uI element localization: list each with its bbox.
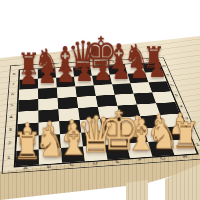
- rank-label-right-6: 6: [170, 84, 174, 87]
- white-rook-piece[interactable]: ♜: [12, 127, 42, 165]
- black-pawn-piece[interactable]: ♟: [37, 62, 57, 87]
- black-pawn-piece[interactable]: ♟: [56, 61, 76, 86]
- rank-label-left-2: 2: [8, 141, 12, 145]
- board-scene: ♜♞♝♛♚♝♞♜♟♟♟♟♟♟♟♟♟♟♟♟♟♟♟♟♜♞♝♛♚♝♞♜ AABBCCD…: [0, 0, 200, 200]
- square-c7[interactable]: ♟: [56, 77, 75, 88]
- rank-label-left-8: 8: [12, 73, 15, 76]
- file-label-bottom-d: D: [93, 161, 98, 166]
- square-a6[interactable]: [19, 89, 38, 101]
- file-label-bottom-e: E: [115, 159, 120, 163]
- rank-label-left-4: 4: [9, 116, 13, 120]
- chess-board[interactable]: ♜♞♝♛♚♝♞♜♟♟♟♟♟♟♟♟♟♟♟♟♟♟♟♟♜♞♝♛♚♝♞♜ AABBCCD…: [2, 57, 200, 173]
- photo-stage: ♜♞♝♛♚♝♞♜♟♟♟♟♟♟♟♟♟♟♟♟♟♟♟♟♜♞♝♛♚♝♞♜ AABBCCD…: [0, 0, 200, 200]
- square-b7[interactable]: ♟: [38, 78, 57, 89]
- square-d7[interactable]: ♟: [74, 76, 94, 87]
- square-a1[interactable]: ♜: [16, 149, 39, 166]
- square-a5[interactable]: [18, 99, 38, 112]
- square-f7[interactable]: ♟: [110, 74, 131, 85]
- file-label-bottom-g: G: [160, 156, 166, 160]
- square-b6[interactable]: [38, 88, 57, 100]
- square-c5[interactable]: [58, 97, 79, 109]
- black-pawn-piece[interactable]: ♟: [112, 58, 131, 83]
- black-pawn-piece[interactable]: ♟: [93, 59, 112, 84]
- board-squares: ♜♞♝♛♚♝♞♜♟♟♟♟♟♟♟♟♟♟♟♟♟♟♟♟♜♞♝♛♚♝♞♜: [14, 62, 199, 168]
- square-e7[interactable]: ♟: [92, 75, 112, 86]
- black-pawn-piece[interactable]: ♟: [148, 56, 167, 81]
- rank-label-left-5: 5: [10, 104, 14, 107]
- file-label-bottom-a: A: [23, 166, 27, 171]
- black-pawn-piece[interactable]: ♟: [75, 60, 94, 85]
- rank-label-left-7: 7: [12, 83, 15, 86]
- square-a7[interactable]: ♟: [19, 79, 38, 90]
- black-pawn-piece[interactable]: ♟: [130, 57, 149, 82]
- square-b1[interactable]: ♞: [39, 148, 62, 165]
- file-label-bottom-h: H: [182, 155, 188, 159]
- rank-label-left-6: 6: [11, 93, 14, 96]
- black-pawn-piece[interactable]: ♟: [19, 63, 39, 88]
- rank-label-left-1: 1: [6, 156, 10, 160]
- rank-label-right-5: 5: [174, 94, 178, 97]
